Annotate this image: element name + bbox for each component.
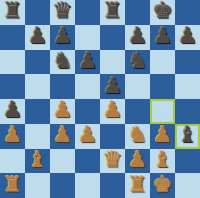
piece-black-rook[interactable]: ♜ [103, 0, 123, 22]
square-f8[interactable] [125, 0, 150, 25]
square-a4[interactable]: ♟ [0, 99, 25, 124]
square-a8[interactable]: ♜ [0, 0, 25, 25]
piece-black-queen[interactable]: ♛ [53, 0, 73, 22]
square-a6[interactable] [0, 50, 25, 75]
square-d7[interactable] [75, 25, 100, 50]
square-a5[interactable] [0, 74, 25, 99]
square-g1[interactable]: ♚ [150, 173, 175, 198]
square-b2[interactable]: ♝ [25, 149, 50, 174]
piece-white-pawn[interactable]: ♟ [153, 124, 173, 146]
square-c4[interactable]: ♟ [50, 99, 75, 124]
square-a7[interactable] [0, 25, 25, 50]
square-g6[interactable] [150, 50, 175, 75]
square-g7[interactable]: ♟ [150, 25, 175, 50]
square-f5[interactable] [125, 74, 150, 99]
square-d3[interactable]: ♟ [75, 124, 100, 149]
square-c2[interactable] [50, 149, 75, 174]
square-d5[interactable] [75, 74, 100, 99]
square-b7[interactable]: ♟ [25, 25, 50, 50]
piece-black-pawn[interactable]: ♟ [128, 25, 148, 47]
piece-black-pawn[interactable]: ♟ [3, 99, 23, 121]
square-b6[interactable] [25, 50, 50, 75]
square-e8[interactable]: ♜ [100, 0, 125, 25]
piece-white-rook[interactable]: ♜ [128, 174, 148, 196]
piece-white-bishop[interactable]: ♝ [28, 149, 48, 171]
square-e1[interactable] [100, 173, 125, 198]
square-h3[interactable]: ♝ [175, 124, 200, 149]
square-c5[interactable] [50, 74, 75, 99]
piece-black-knight[interactable]: ♞ [128, 50, 148, 72]
square-b1[interactable] [25, 173, 50, 198]
square-c8[interactable]: ♛ [50, 0, 75, 25]
piece-white-pawn[interactable]: ♟ [53, 124, 73, 146]
square-b8[interactable] [25, 0, 50, 25]
piece-black-king[interactable]: ♚ [153, 0, 173, 22]
square-g2[interactable]: ♝ [150, 149, 175, 174]
piece-black-knight[interactable]: ♞ [53, 50, 73, 72]
square-g3[interactable]: ♟ [150, 124, 175, 149]
square-e6[interactable] [100, 50, 125, 75]
piece-black-pawn[interactable]: ♟ [178, 25, 198, 47]
square-g5[interactable] [150, 74, 175, 99]
square-e7[interactable] [100, 25, 125, 50]
square-a3[interactable]: ♟ [0, 124, 25, 149]
piece-white-knight[interactable]: ♞ [128, 124, 148, 146]
chess-board: ♜♛♜♚♟♟♟♟♟♞♟♞♟♟♟♟♟♟♟♞♟♝♝♛♟♝♜♜♚ [0, 0, 200, 198]
square-f7[interactable]: ♟ [125, 25, 150, 50]
square-h1[interactable] [175, 173, 200, 198]
piece-white-rook[interactable]: ♜ [3, 174, 23, 196]
piece-black-pawn[interactable]: ♟ [28, 25, 48, 47]
square-a2[interactable] [0, 149, 25, 174]
square-e2[interactable]: ♛ [100, 149, 125, 174]
square-f3[interactable]: ♞ [125, 124, 150, 149]
square-f1[interactable]: ♜ [125, 173, 150, 198]
piece-white-pawn[interactable]: ♟ [128, 149, 148, 171]
piece-white-bishop[interactable]: ♝ [153, 149, 173, 171]
piece-black-pawn[interactable]: ♟ [78, 50, 98, 72]
piece-black-pawn[interactable]: ♟ [103, 75, 123, 97]
piece-black-rook[interactable]: ♜ [3, 0, 23, 22]
piece-black-pawn[interactable]: ♟ [153, 25, 173, 47]
square-e5[interactable]: ♟ [100, 74, 125, 99]
square-d1[interactable] [75, 173, 100, 198]
piece-white-pawn[interactable]: ♟ [3, 124, 23, 146]
square-a1[interactable]: ♜ [0, 173, 25, 198]
square-b4[interactable] [25, 99, 50, 124]
square-c6[interactable]: ♞ [50, 50, 75, 75]
square-h2[interactable] [175, 149, 200, 174]
square-c7[interactable]: ♟ [50, 25, 75, 50]
square-d2[interactable] [75, 149, 100, 174]
piece-white-king[interactable]: ♚ [153, 174, 173, 196]
square-d6[interactable]: ♟ [75, 50, 100, 75]
piece-black-bishop[interactable]: ♝ [178, 124, 198, 146]
square-g8[interactable]: ♚ [150, 0, 175, 25]
square-f4[interactable] [125, 99, 150, 124]
square-g4[interactable] [150, 99, 175, 124]
square-d8[interactable] [75, 0, 100, 25]
square-e4[interactable]: ♟ [100, 99, 125, 124]
square-f6[interactable]: ♞ [125, 50, 150, 75]
square-h7[interactable]: ♟ [175, 25, 200, 50]
square-h6[interactable] [175, 50, 200, 75]
square-b3[interactable] [25, 124, 50, 149]
square-e3[interactable] [100, 124, 125, 149]
piece-white-queen[interactable]: ♛ [103, 149, 123, 171]
square-c1[interactable] [50, 173, 75, 198]
square-h5[interactable] [175, 74, 200, 99]
square-b5[interactable] [25, 74, 50, 99]
piece-black-pawn[interactable]: ♟ [53, 25, 73, 47]
square-h4[interactable] [175, 99, 200, 124]
square-c3[interactable]: ♟ [50, 124, 75, 149]
square-h8[interactable] [175, 0, 200, 25]
square-f2[interactable]: ♟ [125, 149, 150, 174]
piece-white-pawn[interactable]: ♟ [103, 99, 123, 121]
square-d4[interactable] [75, 99, 100, 124]
piece-white-pawn[interactable]: ♟ [53, 99, 73, 121]
piece-white-pawn[interactable]: ♟ [78, 124, 98, 146]
